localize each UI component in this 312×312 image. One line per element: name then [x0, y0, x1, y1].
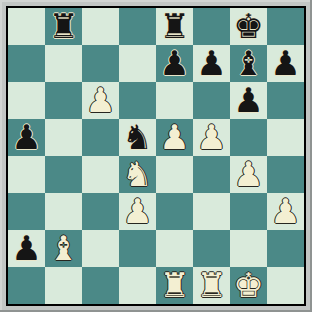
square-f5[interactable]: ♟: [193, 119, 230, 156]
piece-white-knight[interactable]: ♞: [122, 157, 152, 191]
square-c4[interactable]: [82, 156, 119, 193]
square-a5[interactable]: ♟: [8, 119, 45, 156]
square-f1[interactable]: ♜: [193, 267, 230, 304]
square-c1[interactable]: [82, 267, 119, 304]
square-b8[interactable]: ♜: [45, 8, 82, 45]
square-c7[interactable]: [82, 45, 119, 82]
square-e6[interactable]: [156, 82, 193, 119]
square-e5[interactable]: ♟: [156, 119, 193, 156]
piece-black-pawn[interactable]: ♟: [233, 83, 263, 117]
square-g3[interactable]: [230, 193, 267, 230]
square-g7[interactable]: ♝: [230, 45, 267, 82]
piece-white-bishop[interactable]: ♝: [48, 231, 78, 265]
square-a4[interactable]: [8, 156, 45, 193]
square-d5[interactable]: ♞: [119, 119, 156, 156]
square-f8[interactable]: [193, 8, 230, 45]
square-h3[interactable]: ♟: [267, 193, 304, 230]
chess-app-window: ♜♜♚♟♟♝♟♟♟♟♞♟♟♞♟♟♟♟♝♜♜♚: [0, 0, 312, 312]
piece-white-king[interactable]: ♚: [233, 268, 263, 302]
square-f7[interactable]: ♟: [193, 45, 230, 82]
square-c3[interactable]: [82, 193, 119, 230]
piece-black-pawn[interactable]: ♟: [196, 46, 226, 80]
square-g2[interactable]: [230, 230, 267, 267]
square-b6[interactable]: [45, 82, 82, 119]
square-e3[interactable]: [156, 193, 193, 230]
chess-board: ♜♜♚♟♟♝♟♟♟♟♞♟♟♞♟♟♟♟♝♜♜♚: [8, 8, 304, 304]
square-a7[interactable]: [8, 45, 45, 82]
square-d8[interactable]: [119, 8, 156, 45]
piece-black-pawn[interactable]: ♟: [270, 46, 300, 80]
square-h1[interactable]: [267, 267, 304, 304]
square-d2[interactable]: [119, 230, 156, 267]
square-g6[interactable]: ♟: [230, 82, 267, 119]
square-f4[interactable]: [193, 156, 230, 193]
square-e4[interactable]: [156, 156, 193, 193]
square-a3[interactable]: [8, 193, 45, 230]
square-a1[interactable]: [8, 267, 45, 304]
square-b1[interactable]: [45, 267, 82, 304]
square-e8[interactable]: ♜: [156, 8, 193, 45]
square-d7[interactable]: [119, 45, 156, 82]
piece-black-bishop[interactable]: ♝: [233, 46, 263, 80]
square-e7[interactable]: ♟: [156, 45, 193, 82]
piece-white-pawn[interactable]: ♟: [85, 83, 115, 117]
square-d6[interactable]: [119, 82, 156, 119]
square-h6[interactable]: [267, 82, 304, 119]
square-d4[interactable]: ♞: [119, 156, 156, 193]
square-b7[interactable]: [45, 45, 82, 82]
square-c8[interactable]: [82, 8, 119, 45]
square-b4[interactable]: [45, 156, 82, 193]
square-f3[interactable]: [193, 193, 230, 230]
square-e2[interactable]: [156, 230, 193, 267]
piece-white-pawn[interactable]: ♟: [159, 120, 189, 154]
piece-black-rook[interactable]: ♜: [48, 9, 78, 43]
square-g8[interactable]: ♚: [230, 8, 267, 45]
piece-black-rook[interactable]: ♜: [159, 9, 189, 43]
square-g4[interactable]: ♟: [230, 156, 267, 193]
square-b5[interactable]: [45, 119, 82, 156]
piece-black-king[interactable]: ♚: [233, 9, 263, 43]
piece-white-pawn[interactable]: ♟: [122, 194, 152, 228]
piece-black-pawn[interactable]: ♟: [11, 120, 41, 154]
board-frame: ♜♜♚♟♟♝♟♟♟♟♞♟♟♞♟♟♟♟♝♜♜♚: [6, 6, 306, 306]
square-b3[interactable]: [45, 193, 82, 230]
square-h4[interactable]: [267, 156, 304, 193]
square-c6[interactable]: ♟: [82, 82, 119, 119]
square-d3[interactable]: ♟: [119, 193, 156, 230]
piece-black-pawn[interactable]: ♟: [11, 231, 41, 265]
piece-black-pawn[interactable]: ♟: [159, 46, 189, 80]
square-e1[interactable]: ♜: [156, 267, 193, 304]
piece-white-rook[interactable]: ♜: [196, 268, 226, 302]
piece-white-pawn[interactable]: ♟: [233, 157, 263, 191]
square-h2[interactable]: [267, 230, 304, 267]
square-h7[interactable]: ♟: [267, 45, 304, 82]
square-d1[interactable]: [119, 267, 156, 304]
square-a2[interactable]: ♟: [8, 230, 45, 267]
square-h5[interactable]: [267, 119, 304, 156]
square-g5[interactable]: [230, 119, 267, 156]
square-c5[interactable]: [82, 119, 119, 156]
piece-white-pawn[interactable]: ♟: [196, 120, 226, 154]
square-f6[interactable]: [193, 82, 230, 119]
square-g1[interactable]: ♚: [230, 267, 267, 304]
square-h8[interactable]: [267, 8, 304, 45]
square-a8[interactable]: [8, 8, 45, 45]
square-f2[interactable]: [193, 230, 230, 267]
square-a6[interactable]: [8, 82, 45, 119]
square-c2[interactable]: [82, 230, 119, 267]
piece-black-knight[interactable]: ♞: [122, 120, 152, 154]
piece-white-pawn[interactable]: ♟: [270, 194, 300, 228]
piece-white-rook[interactable]: ♜: [159, 268, 189, 302]
square-b2[interactable]: ♝: [45, 230, 82, 267]
